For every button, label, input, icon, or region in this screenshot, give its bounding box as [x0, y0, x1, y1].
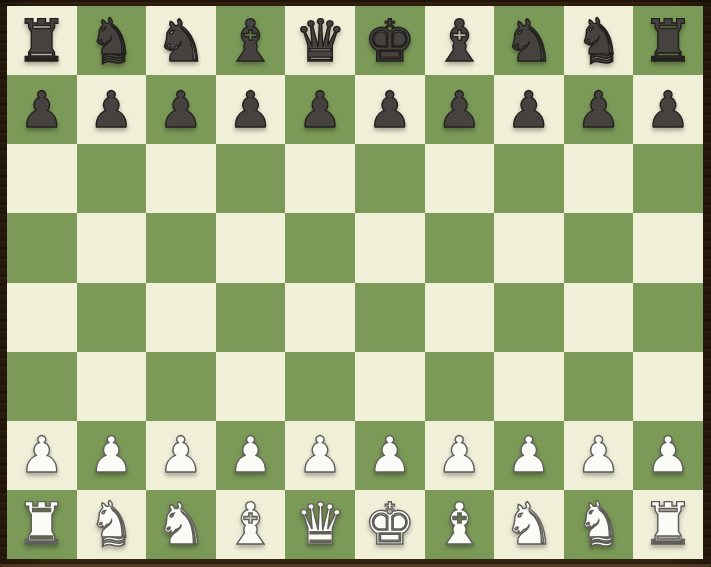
square-b6[interactable]: [77, 144, 147, 213]
square-b2[interactable]: ♟: [77, 421, 147, 490]
square-f8[interactable]: ♚: [355, 6, 425, 75]
square-f7[interactable]: ♟: [355, 75, 425, 144]
white-knight-icon: ♞: [503, 495, 555, 553]
square-c4[interactable]: [146, 283, 216, 352]
square-e1[interactable]: ♛: [285, 490, 355, 559]
black-rook[interactable]: ♜: [642, 12, 694, 70]
black-pawn-icon: ♟: [19, 85, 64, 135]
black-bishop[interactable]: ♝: [225, 12, 277, 70]
black-knight[interactable]: ♞: [503, 12, 555, 70]
square-d5[interactable]: [216, 213, 286, 282]
black-nightrider[interactable]: ♞≈: [89, 20, 134, 62]
black-queen-icon: ♛: [294, 12, 346, 70]
white-nightrider[interactable]: ♞≈: [89, 503, 134, 545]
white-pawn-icon: ♟: [89, 430, 134, 480]
black-pawn[interactable]: ♟: [507, 85, 552, 135]
nightrider-waves-icon: ≈: [99, 529, 123, 553]
black-pawn[interactable]: ♟: [576, 85, 621, 135]
square-a1[interactable]: ♜: [7, 490, 77, 559]
white-pawn-icon: ♟: [367, 430, 412, 480]
white-rook-icon: ♜: [642, 495, 694, 553]
square-e6[interactable]: [285, 144, 355, 213]
square-j1[interactable]: ♜: [633, 490, 703, 559]
square-d3[interactable]: [216, 352, 286, 421]
square-g3[interactable]: [425, 352, 495, 421]
black-knight[interactable]: ♞: [155, 12, 207, 70]
square-e8[interactable]: ♛: [285, 6, 355, 75]
square-i3[interactable]: [564, 352, 634, 421]
nightrider-waves-icon: ≈: [587, 45, 611, 69]
white-rook-icon: ♜: [16, 495, 68, 553]
square-d4[interactable]: [216, 283, 286, 352]
white-pawn-icon: ♟: [576, 430, 621, 480]
white-pawn-icon: ♟: [159, 430, 204, 480]
white-queen-icon: ♛: [294, 495, 346, 553]
black-knight-icon: ♞: [155, 12, 207, 70]
black-pawn[interactable]: ♟: [646, 85, 691, 135]
square-h6[interactable]: [494, 144, 564, 213]
square-d8[interactable]: ♝: [216, 6, 286, 75]
black-pawn[interactable]: ♟: [89, 85, 134, 135]
black-bishop-icon: ♝: [433, 12, 485, 70]
black-pawn[interactable]: ♟: [437, 85, 482, 135]
nightrider-waves-icon: ≈: [587, 529, 611, 553]
square-c3[interactable]: [146, 352, 216, 421]
white-rook[interactable]: ♜: [16, 495, 68, 553]
square-h2[interactable]: ♟: [494, 421, 564, 490]
square-h5[interactable]: [494, 213, 564, 282]
square-c7[interactable]: ♟: [146, 75, 216, 144]
white-pawn[interactable]: ♟: [507, 430, 552, 480]
square-e3[interactable]: [285, 352, 355, 421]
square-f3[interactable]: [355, 352, 425, 421]
black-pawn[interactable]: ♟: [367, 85, 412, 135]
square-a4[interactable]: [7, 283, 77, 352]
white-pawn[interactable]: ♟: [646, 430, 691, 480]
black-pawn-icon: ♟: [89, 85, 134, 135]
black-pawn[interactable]: ♟: [19, 85, 64, 135]
square-d6[interactable]: [216, 144, 286, 213]
square-g5[interactable]: [425, 213, 495, 282]
square-h3[interactable]: [494, 352, 564, 421]
square-g8[interactable]: ♝: [425, 6, 495, 75]
square-g2[interactable]: ♟: [425, 421, 495, 490]
white-bishop[interactable]: ♝: [433, 495, 485, 553]
black-rook-icon: ♜: [642, 12, 694, 70]
white-pawn[interactable]: ♟: [298, 430, 343, 480]
black-pawn-icon: ♟: [507, 85, 552, 135]
white-knight[interactable]: ♞: [503, 495, 555, 553]
white-queen[interactable]: ♛: [294, 495, 346, 553]
square-g6[interactable]: [425, 144, 495, 213]
square-c1[interactable]: ♞: [146, 490, 216, 559]
square-a3[interactable]: [7, 352, 77, 421]
white-knight-icon: ♞: [155, 495, 207, 553]
square-a8[interactable]: ♜: [7, 6, 77, 75]
white-pawn-icon: ♟: [437, 430, 482, 480]
black-rook[interactable]: ♜: [16, 12, 68, 70]
square-j8[interactable]: ♜: [633, 6, 703, 75]
square-i1[interactable]: ♞≈: [564, 490, 634, 559]
square-c6[interactable]: [146, 144, 216, 213]
black-pawn-icon: ♟: [646, 85, 691, 135]
square-f4[interactable]: [355, 283, 425, 352]
square-b4[interactable]: [77, 283, 147, 352]
square-d1[interactable]: ♝: [216, 490, 286, 559]
square-c5[interactable]: [146, 213, 216, 282]
white-pawn[interactable]: ♟: [89, 430, 134, 480]
square-d2[interactable]: ♟: [216, 421, 286, 490]
nightrider-waves-icon: ≈: [99, 45, 123, 69]
white-pawn[interactable]: ♟: [159, 430, 204, 480]
black-pawn[interactable]: ♟: [298, 85, 343, 135]
square-e4[interactable]: [285, 283, 355, 352]
square-f1[interactable]: ♚: [355, 490, 425, 559]
square-f2[interactable]: ♟: [355, 421, 425, 490]
black-nightrider[interactable]: ♞≈: [576, 20, 621, 62]
black-pawn-icon: ♟: [159, 85, 204, 135]
square-j6[interactable]: [633, 144, 703, 213]
square-a6[interactable]: [7, 144, 77, 213]
white-bishop-icon: ♝: [225, 495, 277, 553]
square-b7[interactable]: ♟: [77, 75, 147, 144]
white-king[interactable]: ♚: [364, 495, 416, 553]
black-bishop[interactable]: ♝: [433, 12, 485, 70]
square-i6[interactable]: [564, 144, 634, 213]
white-pawn[interactable]: ♟: [576, 430, 621, 480]
white-pawn[interactable]: ♟: [19, 430, 64, 480]
square-f5[interactable]: [355, 213, 425, 282]
square-h1[interactable]: ♞: [494, 490, 564, 559]
square-g4[interactable]: [425, 283, 495, 352]
white-pawn-icon: ♟: [298, 430, 343, 480]
white-knight[interactable]: ♞: [155, 495, 207, 553]
square-c2[interactable]: ♟: [146, 421, 216, 490]
square-i7[interactable]: ♟: [564, 75, 634, 144]
square-e5[interactable]: [285, 213, 355, 282]
square-i8[interactable]: ♞≈: [564, 6, 634, 75]
board-frame: ♜♞≈♞♝♛♚♝♞♞≈♜♟♟♟♟♟♟♟♟♟♟♟♟♟♟♟♟♟♟♟♟♜♞≈♞♝♛♚♝…: [0, 0, 711, 567]
square-i4[interactable]: [564, 283, 634, 352]
white-rook[interactable]: ♜: [642, 495, 694, 553]
square-e7[interactable]: ♟: [285, 75, 355, 144]
square-c8[interactable]: ♞: [146, 6, 216, 75]
square-j2[interactable]: ♟: [633, 421, 703, 490]
square-j4[interactable]: [633, 283, 703, 352]
white-bishop[interactable]: ♝: [225, 495, 277, 553]
square-f6[interactable]: [355, 144, 425, 213]
square-e2[interactable]: ♟: [285, 421, 355, 490]
black-pawn-icon: ♟: [228, 85, 273, 135]
square-d7[interactable]: ♟: [216, 75, 286, 144]
square-h8[interactable]: ♞: [494, 6, 564, 75]
square-g7[interactable]: ♟: [425, 75, 495, 144]
black-pawn-icon: ♟: [576, 85, 621, 135]
square-g1[interactable]: ♝: [425, 490, 495, 559]
white-pawn[interactable]: ♟: [228, 430, 273, 480]
chess-board: ♜♞≈♞♝♛♚♝♞♞≈♜♟♟♟♟♟♟♟♟♟♟♟♟♟♟♟♟♟♟♟♟♜♞≈♞♝♛♚♝…: [7, 6, 703, 559]
white-pawn-icon: ♟: [228, 430, 273, 480]
white-pawn[interactable]: ♟: [437, 430, 482, 480]
square-i2[interactable]: ♟: [564, 421, 634, 490]
white-bishop-icon: ♝: [433, 495, 485, 553]
white-pawn-icon: ♟: [19, 430, 64, 480]
black-pawn-icon: ♟: [367, 85, 412, 135]
square-a7[interactable]: ♟: [7, 75, 77, 144]
black-pawn[interactable]: ♟: [159, 85, 204, 135]
square-j3[interactable]: [633, 352, 703, 421]
black-pawn-icon: ♟: [437, 85, 482, 135]
square-h4[interactable]: [494, 283, 564, 352]
square-a5[interactable]: [7, 213, 77, 282]
black-knight-icon: ♞: [503, 12, 555, 70]
square-h7[interactable]: ♟: [494, 75, 564, 144]
square-b3[interactable]: [77, 352, 147, 421]
white-pawn-icon: ♟: [646, 430, 691, 480]
white-king-icon: ♚: [364, 495, 416, 553]
black-rook-icon: ♜: [16, 12, 68, 70]
black-pawn[interactable]: ♟: [228, 85, 273, 135]
square-a2[interactable]: ♟: [7, 421, 77, 490]
white-nightrider[interactable]: ♞≈: [576, 503, 621, 545]
black-king-icon: ♚: [364, 12, 416, 70]
square-b5[interactable]: [77, 213, 147, 282]
square-i5[interactable]: [564, 213, 634, 282]
square-b1[interactable]: ♞≈: [77, 490, 147, 559]
black-king[interactable]: ♚: [364, 12, 416, 70]
black-pawn-icon: ♟: [298, 85, 343, 135]
black-queen[interactable]: ♛: [294, 12, 346, 70]
square-j5[interactable]: [633, 213, 703, 282]
white-pawn[interactable]: ♟: [367, 430, 412, 480]
square-j7[interactable]: ♟: [633, 75, 703, 144]
black-bishop-icon: ♝: [225, 12, 277, 70]
white-pawn-icon: ♟: [507, 430, 552, 480]
square-b8[interactable]: ♞≈: [77, 6, 147, 75]
